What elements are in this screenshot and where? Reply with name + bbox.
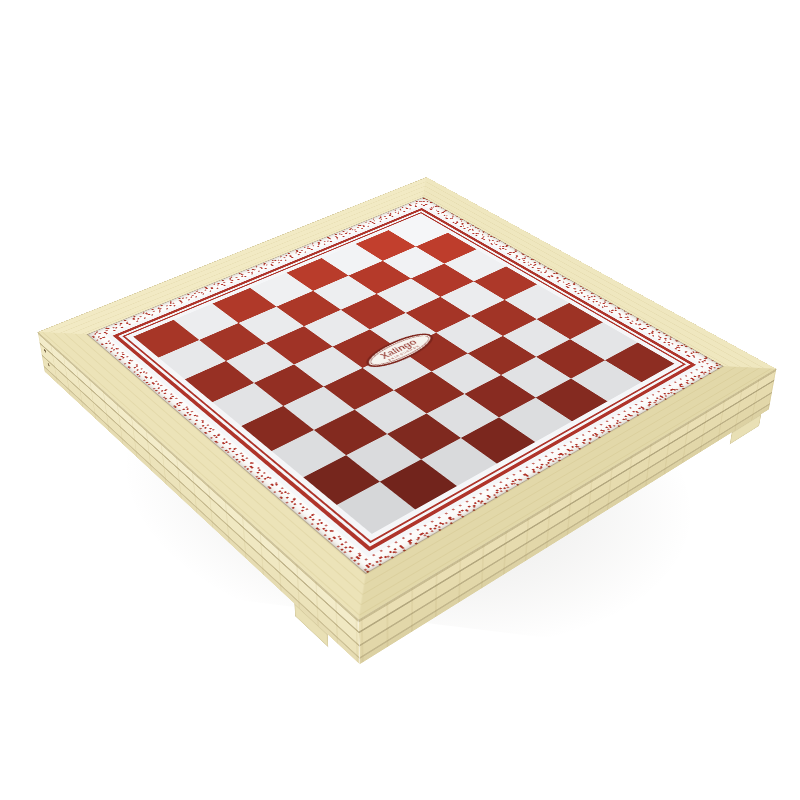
wood-frame-right [331,353,777,620]
decorative-speckle-border: Xalingo BRINQUEDOS [87,197,724,574]
board-square [324,368,394,410]
board-square [294,347,363,387]
board-square [185,361,254,402]
board-top-face: Xalingo BRINQUEDOS [38,177,776,620]
board-square [241,406,314,451]
wooden-foot-right [730,414,762,444]
board-square [387,414,461,460]
board-square [380,459,457,509]
board-square [283,387,354,430]
product-photo-stage: Xalingo BRINQUEDOS [0,0,800,800]
board-square [427,394,499,438]
wooden-foot-bottom [294,604,328,648]
board-square [432,353,501,394]
board-square [337,482,416,534]
perspective-scene: Xalingo BRINQUEDOS [0,0,800,800]
board-square [465,375,536,417]
board-square [303,455,379,505]
board-square [254,364,324,405]
wooden-game-box: Xalingo BRINQUEDOS [38,177,776,620]
board-square [571,360,641,401]
board-square [355,390,427,434]
board-square [346,434,421,482]
board-square [499,398,572,442]
board-square [272,430,347,477]
board-square [501,357,571,398]
board-square [461,417,535,463]
board-square [212,383,283,426]
board-square [536,379,608,422]
nail-holes [43,346,61,380]
board-square [363,350,432,390]
wood-frame-bottom [38,319,394,619]
board-square [314,410,387,455]
board-square [394,371,465,413]
board-square [421,438,497,486]
